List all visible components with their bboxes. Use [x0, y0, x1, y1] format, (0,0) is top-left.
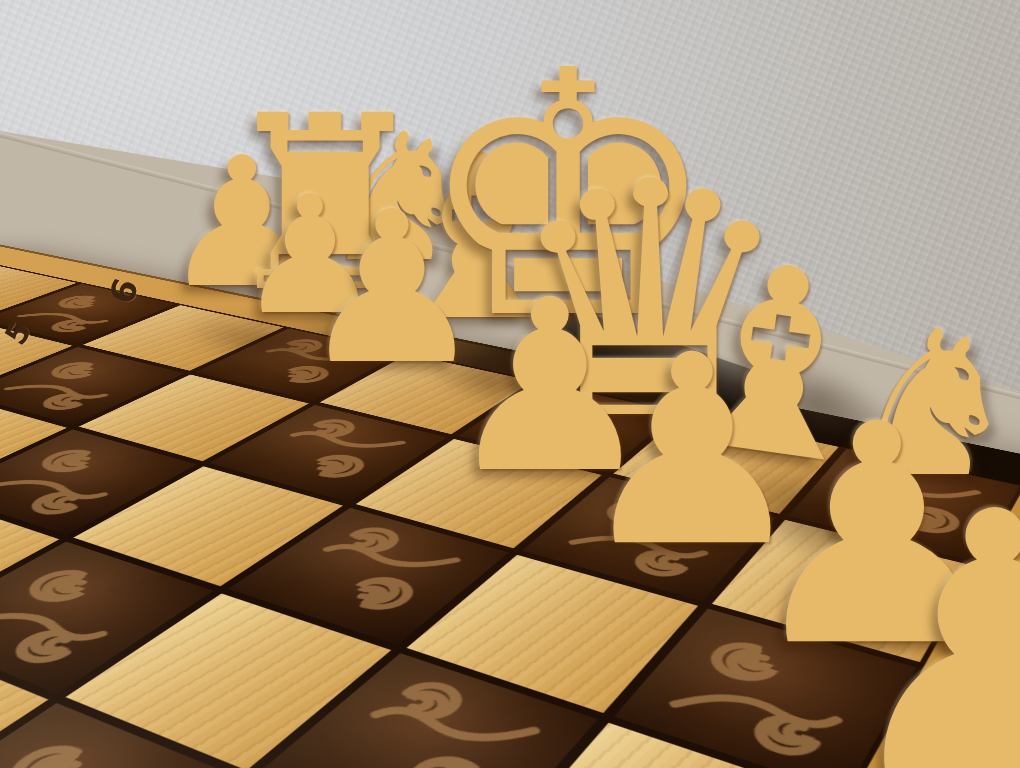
pieces-layer: ♞♟♜♟♝♚♟♛♝♟♞♟♟♟	[0, 0, 1020, 768]
piece-pawn-b2[interactable]: ♟	[829, 465, 1020, 768]
photo-scene: 65 ♞♟♜♟♝♚♟♛♝♟♞♟♟♟	[0, 0, 1020, 768]
